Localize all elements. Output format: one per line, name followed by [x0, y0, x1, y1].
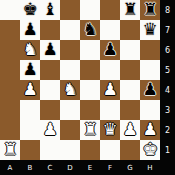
- file-label-d: D: [60, 160, 80, 175]
- piece-black-queen[interactable]: ♛: [142, 19, 157, 39]
- square-c2[interactable]: ♟: [40, 120, 60, 140]
- square-e6[interactable]: [80, 40, 100, 60]
- square-g7[interactable]: [120, 20, 140, 40]
- square-a4[interactable]: [0, 80, 20, 100]
- square-h8[interactable]: ♜: [140, 0, 160, 20]
- square-g4[interactable]: [120, 80, 140, 100]
- piece-black-pawn[interactable]: ♟: [142, 79, 157, 99]
- square-b3[interactable]: [20, 100, 40, 120]
- square-a1[interactable]: ♜: [0, 140, 20, 160]
- square-f2[interactable]: ♛: [100, 120, 120, 140]
- piece-black-rook[interactable]: ♜: [142, 0, 157, 19]
- rank-label-8: 8: [160, 0, 175, 20]
- square-d3[interactable]: [60, 100, 80, 120]
- square-f3[interactable]: [100, 100, 120, 120]
- file-label-a: A: [0, 160, 20, 175]
- file-label-b: B: [20, 160, 40, 175]
- square-f7[interactable]: [100, 20, 120, 40]
- rank-label-6: 6: [160, 40, 175, 60]
- piece-black-pawn[interactable]: ♟: [42, 39, 57, 59]
- square-a7[interactable]: [0, 20, 20, 40]
- chess-diagram: ♚♝♜♜♟♞♛♞♟♟♟♟♞♟♟♟♜♛♟♟♜♚ 87654321 ABCDEFGH: [0, 0, 175, 175]
- piece-black-bishop[interactable]: ♝: [42, 0, 57, 19]
- square-f1[interactable]: [100, 140, 120, 160]
- square-e5[interactable]: [80, 60, 100, 80]
- square-a3[interactable]: [0, 100, 20, 120]
- piece-white-pawn[interactable]: ♟: [102, 79, 117, 99]
- square-g5[interactable]: [120, 60, 140, 80]
- square-c5[interactable]: [40, 60, 60, 80]
- square-h3[interactable]: [140, 100, 160, 120]
- piece-white-rook[interactable]: ♜: [2, 139, 17, 159]
- rank-label-2: 2: [160, 120, 175, 140]
- square-g3[interactable]: [120, 100, 140, 120]
- square-a6[interactable]: [0, 40, 20, 60]
- square-d4[interactable]: ♞: [60, 80, 80, 100]
- rank-label-1: 1: [160, 140, 175, 160]
- square-d8[interactable]: [60, 0, 80, 20]
- square-d7[interactable]: [60, 20, 80, 40]
- square-g8[interactable]: ♜: [120, 0, 140, 20]
- rank-labels: 87654321: [160, 0, 175, 160]
- file-label-f: F: [100, 160, 120, 175]
- label-corner: [160, 160, 175, 175]
- square-e2[interactable]: ♜: [80, 120, 100, 140]
- square-h2[interactable]: ♟: [140, 120, 160, 140]
- rank-label-7: 7: [160, 20, 175, 40]
- square-c7[interactable]: [40, 20, 60, 40]
- rank-label-4: 4: [160, 80, 175, 100]
- square-a5[interactable]: [0, 60, 20, 80]
- piece-white-pawn[interactable]: ♟: [22, 79, 37, 99]
- square-g6[interactable]: [120, 40, 140, 60]
- square-d6[interactable]: [60, 40, 80, 60]
- square-c3[interactable]: [40, 100, 60, 120]
- square-f4[interactable]: ♟: [100, 80, 120, 100]
- square-e4[interactable]: [80, 80, 100, 100]
- square-b2[interactable]: [20, 120, 40, 140]
- piece-black-king[interactable]: ♚: [22, 0, 37, 19]
- square-d1[interactable]: [60, 140, 80, 160]
- square-b8[interactable]: ♚: [20, 0, 40, 20]
- square-f6[interactable]: ♟: [100, 40, 120, 60]
- square-h5[interactable]: [140, 60, 160, 80]
- piece-white-pawn[interactable]: ♟: [122, 119, 137, 139]
- piece-white-king[interactable]: ♚: [142, 139, 157, 159]
- square-f5[interactable]: [100, 60, 120, 80]
- square-h4[interactable]: ♟: [140, 80, 160, 100]
- piece-black-rook[interactable]: ♜: [122, 0, 137, 19]
- file-label-g: G: [120, 160, 140, 175]
- rank-label-5: 5: [160, 60, 175, 80]
- square-d5[interactable]: [60, 60, 80, 80]
- square-h1[interactable]: ♚: [140, 140, 160, 160]
- square-f8[interactable]: [100, 0, 120, 20]
- rank-label-3: 3: [160, 100, 175, 120]
- file-label-c: C: [40, 160, 60, 175]
- square-a8[interactable]: [0, 0, 20, 20]
- square-b7[interactable]: ♟: [20, 20, 40, 40]
- square-b1[interactable]: [20, 140, 40, 160]
- file-label-h: H: [140, 160, 160, 175]
- square-a2[interactable]: [0, 120, 20, 140]
- piece-black-pawn[interactable]: ♟: [22, 59, 37, 79]
- square-c4[interactable]: [40, 80, 60, 100]
- square-e3[interactable]: [80, 100, 100, 120]
- square-b5[interactable]: ♟: [20, 60, 40, 80]
- piece-black-pawn[interactable]: ♟: [22, 19, 37, 39]
- square-h6[interactable]: [140, 40, 160, 60]
- chess-board: ♚♝♜♜♟♞♛♞♟♟♟♟♞♟♟♟♜♛♟♟♜♚: [0, 0, 160, 160]
- file-labels: ABCDEFGH: [0, 160, 160, 175]
- piece-white-knight[interactable]: ♞: [62, 79, 77, 99]
- square-b4[interactable]: ♟: [20, 80, 40, 100]
- piece-white-pawn[interactable]: ♟: [42, 119, 57, 139]
- square-b6[interactable]: ♞: [20, 40, 40, 60]
- square-c8[interactable]: ♝: [40, 0, 60, 20]
- square-d2[interactable]: [60, 120, 80, 140]
- piece-black-knight[interactable]: ♞: [82, 19, 97, 39]
- square-c1[interactable]: [40, 140, 60, 160]
- piece-black-pawn[interactable]: ♟: [102, 39, 117, 59]
- square-e1[interactable]: [80, 140, 100, 160]
- square-h7[interactable]: ♛: [140, 20, 160, 40]
- square-c6[interactable]: ♟: [40, 40, 60, 60]
- piece-white-rook[interactable]: ♜: [82, 119, 97, 139]
- file-label-e: E: [80, 160, 100, 175]
- square-e7[interactable]: ♞: [80, 20, 100, 40]
- piece-white-knight[interactable]: ♞: [22, 39, 37, 59]
- piece-white-queen[interactable]: ♛: [102, 119, 117, 139]
- square-g2[interactable]: ♟: [120, 120, 140, 140]
- square-e8[interactable]: [80, 0, 100, 20]
- square-g1[interactable]: [120, 140, 140, 160]
- piece-white-pawn[interactable]: ♟: [142, 119, 157, 139]
